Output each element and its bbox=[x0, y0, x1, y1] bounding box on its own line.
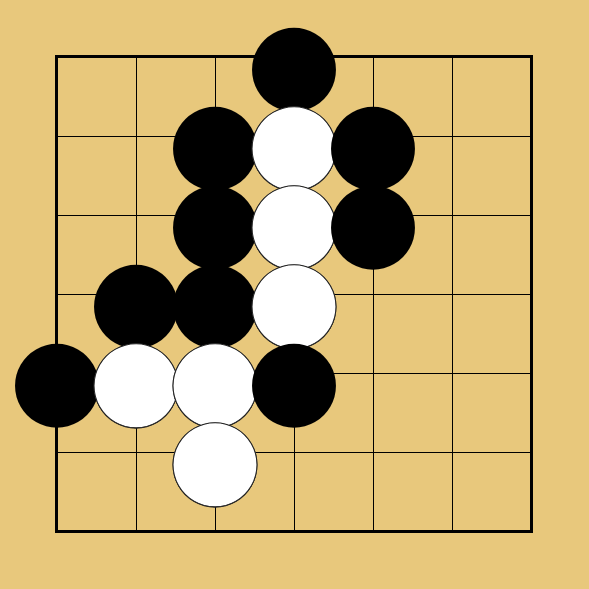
intersection-A7[interactable] bbox=[18, 18, 97, 97]
intersection-F5[interactable] bbox=[413, 176, 492, 255]
intersection-A5[interactable] bbox=[18, 176, 97, 255]
intersection-B4[interactable]: ● bbox=[97, 255, 176, 334]
intersection-G7[interactable] bbox=[492, 18, 571, 97]
intersection-F2[interactable] bbox=[413, 413, 492, 492]
intersection-E3[interactable] bbox=[334, 334, 413, 413]
intersection-E1[interactable] bbox=[334, 492, 413, 571]
intersection-A4[interactable] bbox=[18, 255, 97, 334]
intersection-G2[interactable] bbox=[492, 413, 571, 492]
intersection-E2[interactable] bbox=[334, 413, 413, 492]
intersection-D2[interactable] bbox=[255, 413, 334, 492]
intersection-E5[interactable]: ● bbox=[334, 176, 413, 255]
intersection-B1[interactable] bbox=[97, 492, 176, 571]
intersection-D1[interactable] bbox=[255, 492, 334, 571]
intersection-B7[interactable] bbox=[97, 18, 176, 97]
intersection-B6[interactable] bbox=[97, 97, 176, 176]
intersection-C7[interactable] bbox=[176, 18, 255, 97]
intersection-C6[interactable]: ● bbox=[176, 97, 255, 176]
intersection-D4[interactable]: ● bbox=[255, 255, 334, 334]
intersection-F3[interactable] bbox=[413, 334, 492, 413]
intersection-C2[interactable]: ● bbox=[176, 413, 255, 492]
intersection-B5[interactable] bbox=[97, 176, 176, 255]
intersection-A1[interactable] bbox=[18, 492, 97, 571]
intersection-G6[interactable] bbox=[492, 97, 571, 176]
intersection-D5[interactable]: ● bbox=[255, 176, 334, 255]
go-board-scene: ●●●●●●●●●●●●●●● bbox=[0, 0, 589, 589]
intersection-F7[interactable] bbox=[413, 18, 492, 97]
intersection-E7[interactable] bbox=[334, 18, 413, 97]
intersection-E6[interactable]: ● bbox=[334, 97, 413, 176]
go-board-grid: ●●●●●●●●●●●●●●● bbox=[18, 18, 571, 571]
intersection-G4[interactable] bbox=[492, 255, 571, 334]
intersection-F4[interactable] bbox=[413, 255, 492, 334]
intersection-F1[interactable] bbox=[413, 492, 492, 571]
intersection-G5[interactable] bbox=[492, 176, 571, 255]
intersection-B3[interactable]: ● bbox=[97, 334, 176, 413]
intersection-D3[interactable]: ● bbox=[255, 334, 334, 413]
intersection-E4[interactable] bbox=[334, 255, 413, 334]
intersection-D7[interactable]: ● bbox=[255, 18, 334, 97]
intersection-C5[interactable]: ● bbox=[176, 176, 255, 255]
intersection-C3[interactable]: ● bbox=[176, 334, 255, 413]
intersection-A6[interactable] bbox=[18, 97, 97, 176]
intersection-A2[interactable] bbox=[18, 413, 97, 492]
intersection-D6[interactable]: ● bbox=[255, 97, 334, 176]
intersection-B2[interactable] bbox=[97, 413, 176, 492]
intersection-C4[interactable]: ● bbox=[176, 255, 255, 334]
intersection-G3[interactable] bbox=[492, 334, 571, 413]
intersection-A3[interactable]: ● bbox=[18, 334, 97, 413]
intersection-G1[interactable] bbox=[492, 492, 571, 571]
intersection-C1[interactable] bbox=[176, 492, 255, 571]
intersection-F6[interactable] bbox=[413, 97, 492, 176]
